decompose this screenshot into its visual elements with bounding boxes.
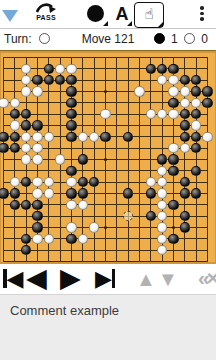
white-stone [78,200,88,210]
white-stone [134,86,144,96]
black-stone [168,166,178,176]
black-stone [21,120,31,130]
hoshi-point [172,226,175,229]
white-stone [168,109,178,119]
black-stone [10,188,20,198]
black-stone [21,245,31,255]
white-stone [10,120,20,130]
black-stone [66,86,76,96]
white-stone [191,120,201,130]
comment-box[interactable]: Comment example [0,294,216,360]
white-stone [66,200,76,210]
overflow-dot [200,12,204,16]
black-stone [21,234,31,244]
variation-down-button[interactable]: ▼ [158,264,178,294]
black-stone [66,132,76,142]
white-stone [32,143,42,153]
black-stone [180,109,190,119]
goban[interactable] [0,50,216,265]
goban-field [1,53,215,262]
overflow-menu-button[interactable] [194,4,210,24]
end-bar-icon [112,269,116,288]
step-forward-button[interactable]: ▶ [60,264,81,294]
white-stone [157,166,167,176]
go-app-screen: { "toolbar": { "pass_label": "PASS", "la… [0,0,216,360]
white-stone [157,200,167,210]
black-stone [146,64,156,74]
white-stone-icon [184,33,195,44]
white-stone [180,86,190,96]
black-stone [32,75,42,85]
up-triangle-icon: ▲ [136,268,156,290]
black-stone [21,109,31,119]
white-capture-count: 0 [201,32,208,46]
black-stone [10,200,20,210]
white-stone [180,98,190,108]
white-stone [55,64,65,74]
step-back-button[interactable]: ◀ [26,264,47,294]
black-stone [168,200,178,210]
dropdown-corner-icon [127,21,132,26]
go-to-end-button[interactable]: ▶ [95,264,115,294]
back-triangle-icon: ◀ [7,266,24,291]
white-stone [157,188,167,198]
black-stone [191,86,201,96]
back-triangle-icon: ◀ [26,264,47,293]
white-stone [21,86,31,96]
white-stone [32,177,42,187]
hand-icon: ☝ [144,5,153,22]
black-stone [100,132,110,142]
white-stone [10,98,20,108]
dropdown-corner-icon [103,21,108,26]
white-stone [100,109,110,119]
hoshi-point [104,90,107,93]
black-stone [146,188,156,198]
black-stone [66,75,76,85]
white-stone [89,222,99,232]
black-stone [123,188,133,198]
black-stone [66,234,76,244]
status-bar: Turn: Move 121 1 0 [0,29,216,50]
white-stone [21,132,31,142]
black-stone [202,86,212,96]
black-stone [44,64,54,74]
white-stone [191,98,201,108]
pass-arrow-icon [35,3,57,14]
toolbar: PASS A ☝ [0,0,216,29]
black-stone-icon [154,33,165,44]
forward-triangle-icon: ▶ [95,266,112,291]
white-stone [78,132,88,142]
black-stone [89,177,99,187]
white-stone [157,211,167,221]
nav-bar: ◀ ◀ ▶ ▶ ▲ ▼ «× [0,264,216,294]
white-stone [146,177,156,187]
hoshi-point [104,158,107,161]
white-stone [168,86,178,96]
white-stone [157,109,167,119]
white-stone [44,132,54,142]
black-stone [32,120,42,130]
black-stone [123,132,133,142]
black-stone [202,98,212,108]
black-stone [55,75,65,85]
dropdown-corner-icon [158,22,163,27]
white-stone [32,234,42,244]
black-stone [146,211,156,221]
black-stone [44,75,54,85]
white-stone [32,188,42,198]
black-stone [10,143,20,153]
black-stone [0,143,9,153]
white-stone [66,222,76,232]
black-stone-icon [87,5,104,22]
black-stone [32,211,42,221]
white-stone [0,98,9,108]
white-stone [44,188,54,198]
white-stone [157,234,167,244]
white-stone [202,132,212,142]
forward-triangle-icon: ▶ [60,264,81,293]
white-stone [157,222,167,232]
ghost-stone-cursor[interactable] [123,211,134,222]
goban-grid[interactable] [3,57,208,262]
white-stone [66,64,76,74]
black-stone [180,211,190,221]
white-stone [78,234,88,244]
pass-button[interactable]: PASS [30,1,62,27]
black-stone [66,120,76,130]
white-stone [89,132,99,142]
white-stone [32,154,42,164]
overflow-dot [200,17,204,21]
black-stone [78,188,88,198]
white-stone [21,64,31,74]
go-to-start-button[interactable]: ◀ [3,264,23,294]
black-stone [10,132,20,142]
black-stone [191,132,201,142]
white-stone [157,177,167,187]
white-stone [21,75,31,85]
black-stone [0,132,9,142]
black-stone [66,109,76,119]
black-stone [180,177,190,187]
black-stone [21,200,31,210]
white-stone [66,177,76,187]
black-stone [180,188,190,198]
black-stone [168,234,178,244]
black-stone [191,166,201,176]
black-stone [191,143,201,153]
black-stone [180,222,190,232]
white-stone [32,86,42,96]
black-stone [157,154,167,164]
black-capture-count: 1 [171,32,178,46]
white-stone [44,234,54,244]
white-stone [10,177,20,187]
white-stone [44,177,54,187]
white-stone [21,154,31,164]
hoshi-point [104,226,107,229]
overflow-dot [200,6,204,10]
black-stone [180,120,190,130]
black-stone [168,64,178,74]
delete-branch-button[interactable]: «× [198,264,216,294]
black-stone [32,222,42,232]
delete-branch-icon: «× [198,266,216,289]
black-stone [66,166,76,176]
white-stone [157,75,167,85]
black-stone [180,75,190,85]
white-stone [168,143,178,153]
variation-up-button[interactable]: ▲ [136,264,156,294]
black-stone [21,177,31,187]
hand-tool-button-selected[interactable]: ☝ [134,2,164,28]
white-stone [168,75,178,85]
white-stone [157,245,167,255]
black-stone [78,154,88,164]
white-stone [55,154,65,164]
black-stone [168,98,178,108]
variation-triangle-icon[interactable] [2,10,18,22]
black-stone [168,154,178,164]
pass-button-label: PASS [30,14,62,21]
black-stone [66,188,76,198]
down-triangle-icon: ▼ [158,268,178,290]
comment-text: Comment example [10,303,119,318]
stone-tool-button[interactable] [84,2,108,26]
capture-counts: 1 0 [151,32,208,46]
white-stone [180,143,190,153]
white-stone [32,132,42,142]
white-stone [146,109,156,119]
white-stone [21,143,31,153]
black-stone [191,188,201,198]
black-stone [191,109,201,119]
black-stone [180,132,190,142]
black-stone [32,200,42,210]
label-tool-button[interactable]: A [112,2,132,26]
black-stone [66,98,76,108]
black-stone [78,177,88,187]
black-stone [157,64,167,74]
black-stone [10,109,20,119]
black-stone [0,188,9,198]
black-stone [191,75,201,85]
